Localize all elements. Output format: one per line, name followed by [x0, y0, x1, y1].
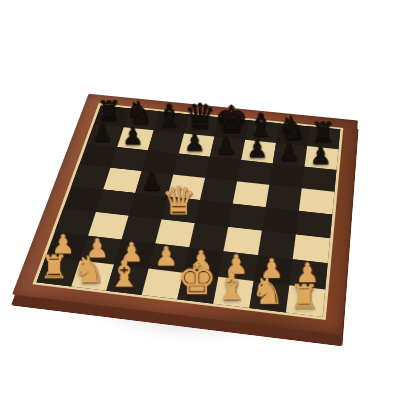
square-f1: ♝ — [213, 277, 254, 308]
piece-white-pawn-f2: ♟ — [218, 251, 254, 278]
square-a2: ♟ — [46, 232, 88, 261]
square-g6 — [269, 163, 304, 188]
chess-board: ♜♞♝♛♚♝♞♜♟♟♟♟♟♟♟♟♛♟♟♟♟♟♟♟♟♜♞♝♚♝♞♜ — [12, 94, 358, 335]
square-e2: ♟ — [183, 247, 223, 277]
square-f3 — [223, 227, 261, 255]
piece-black-queen-d8: ♛ — [184, 99, 215, 134]
piece-white-pawn-d2: ♟ — [148, 243, 183, 270]
square-d1 — [142, 269, 184, 300]
piece-black-knight-b8: ♞ — [124, 97, 155, 129]
square-e7: ♟ — [210, 137, 245, 161]
piece-black-pawn-h7: ♟ — [305, 144, 337, 168]
piece-black-king-e8: ♚ — [214, 100, 245, 137]
piece-black-bishop-f8: ♝ — [245, 109, 276, 141]
piece-white-pawn-e2: ♟ — [183, 247, 218, 274]
square-h4 — [296, 211, 332, 238]
square-e1: ♚ — [177, 273, 218, 304]
piece-white-pawn-h2: ♟ — [289, 259, 325, 286]
piece-white-rook-a1: ♜ — [36, 251, 72, 284]
square-e4 — [195, 200, 233, 227]
square-d2: ♟ — [149, 243, 190, 272]
board-frame: ♜♞♝♛♚♝♞♜♟♟♟♟♟♟♟♟♛♟♟♟♟♟♟♟♟♜♞♝♚♝♞♜ — [12, 94, 358, 335]
square-f8: ♝ — [245, 120, 279, 143]
square-f2: ♟ — [218, 251, 257, 281]
chess-set-product-photo: ♜♞♝♛♚♝♞♜♟♟♟♟♟♟♟♟♛♟♟♟♟♟♟♟♟♜♞♝♚♝♞♜ — [0, 0, 400, 400]
square-g1: ♞ — [249, 281, 289, 312]
square-d3 — [155, 219, 195, 247]
piece-white-pawn-a2: ♟ — [46, 231, 81, 257]
scene: ♜♞♝♛♚♝♞♜♟♟♟♟♟♟♟♟♛♟♟♟♟♟♟♟♟♜♞♝♚♝♞♜ — [0, 0, 400, 400]
square-h5 — [299, 188, 335, 214]
square-b5 — [103, 168, 141, 193]
piece-black-bishop-c8: ♝ — [154, 100, 185, 132]
piece-black-rook-a8: ♜ — [94, 97, 125, 125]
piece-white-pawn-c2: ♟ — [114, 239, 149, 266]
piece-black-pawn-c5: ♟ — [135, 169, 168, 194]
square-a4 — [63, 186, 103, 212]
square-e6 — [205, 157, 241, 182]
piece-black-rook-h8: ♜ — [307, 119, 338, 147]
piece-black-knight-g8: ♞ — [276, 112, 307, 144]
square-e5 — [200, 178, 237, 204]
piece-white-pawn-g2: ♟ — [254, 255, 290, 282]
square-h1: ♜ — [286, 285, 325, 317]
board-field: ♜♞♝♛♚♝♞♜♟♟♟♟♟♟♟♟♛♟♟♟♟♟♟♟♟♜♞♝♚♝♞♜ — [32, 103, 343, 320]
